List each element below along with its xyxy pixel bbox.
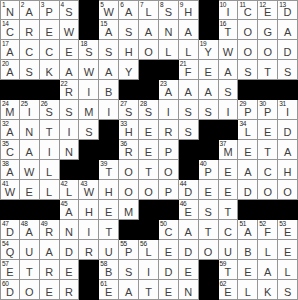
grid-cell[interactable]: C (20, 40, 40, 60)
grid-cell[interactable]: 34L (238, 120, 258, 140)
grid-cell[interactable]: D (60, 240, 80, 260)
grid-cell[interactable]: A (278, 20, 298, 40)
cell-letter: W (219, 46, 238, 58)
cell-letter: E (1, 266, 19, 278)
cell-letter: M (79, 106, 98, 118)
grid-cell[interactable]: 54Q (0, 240, 20, 260)
grid-cell[interactable]: 7L (139, 0, 159, 20)
grid-cell[interactable]: 41W (0, 180, 20, 200)
grid-cell[interactable]: 40P (199, 160, 219, 180)
grid-cell[interactable]: A (139, 20, 159, 40)
grid-cell[interactable]: S (278, 60, 298, 80)
cell-letter: E (278, 246, 297, 258)
grid-cell[interactable]: T (99, 220, 119, 240)
cell-letter: S (199, 106, 218, 118)
cell-letter: T (20, 266, 39, 278)
grid-cell[interactable]: I (99, 100, 119, 120)
grid-cell[interactable]: O (159, 160, 179, 180)
grid-cell[interactable]: 16T (219, 20, 239, 40)
grid-cell[interactable]: O (238, 40, 258, 60)
cell-letter: A (238, 166, 257, 178)
grid-cell[interactable]: A (119, 280, 139, 300)
cell-letter: R (60, 286, 79, 298)
cell-letter: O (119, 186, 138, 198)
grid-cell[interactable]: 22R (60, 80, 80, 100)
grid-cell[interactable]: T (139, 160, 159, 180)
cell-letter: P (159, 146, 178, 158)
cell-letter: S (199, 206, 218, 218)
grid-cell[interactable]: N (159, 20, 179, 40)
grid-cell[interactable]: 46E (179, 200, 199, 220)
grid-cell[interactable]: C (258, 160, 278, 180)
grid-cell[interactable]: R (79, 240, 99, 260)
grid-cell[interactable]: L (40, 180, 60, 200)
cell-letter: E (219, 286, 238, 298)
cell-letter: U (99, 246, 118, 258)
grid-cell[interactable]: N (179, 280, 199, 300)
grid-cell[interactable]: U (20, 240, 40, 260)
grid-cell[interactable]: E (219, 160, 239, 180)
grid-cell[interactable]: 60D (0, 280, 20, 300)
grid-cell[interactable]: 37M (219, 140, 239, 160)
grid-cell[interactable]: E (99, 200, 119, 220)
grid-cell[interactable]: 24M (0, 100, 20, 120)
cell-letter: G (258, 26, 277, 38)
grid-cell[interactable]: 35C (0, 140, 20, 160)
grid-cell[interactable]: Y (119, 60, 139, 80)
grid-cell[interactable]: E (60, 260, 80, 280)
cell-letter: T (99, 166, 118, 178)
grid-cell[interactable]: D (159, 260, 179, 280)
cell-letter: T (139, 166, 158, 178)
cell-letter: E (139, 126, 158, 138)
grid-cell[interactable]: R (60, 280, 80, 300)
grid-cell[interactable]: S (119, 20, 139, 40)
grid-cell[interactable]: 3P (40, 0, 60, 20)
grid-cell[interactable]: 57E (0, 260, 20, 280)
grid-cell[interactable]: 36R (119, 140, 139, 160)
grid-cell[interactable]: 23A (159, 80, 179, 100)
grid-cell[interactable]: E (60, 40, 80, 60)
grid-cell[interactable]: E (40, 280, 60, 300)
cell-letter: S (238, 66, 257, 78)
grid-cell[interactable]: D (179, 240, 199, 260)
black-cell (258, 200, 278, 220)
grid-cell[interactable]: 45A (60, 200, 80, 220)
cell-letter: A (1, 126, 19, 138)
cell-letter: A (60, 66, 79, 78)
cell-letter: C (40, 46, 59, 58)
grid-cell[interactable]: S (199, 200, 219, 220)
cell-letter: E (99, 286, 118, 298)
grid-cell[interactable]: 18S (79, 40, 99, 60)
cell-letter: C (219, 226, 238, 238)
black-cell (159, 60, 179, 80)
grid-cell[interactable]: 6A (119, 0, 139, 20)
cell-letter: N (179, 286, 198, 298)
grid-cell[interactable]: 38A (0, 160, 20, 180)
cell-letter: A (20, 6, 39, 18)
cell-letter: I (79, 86, 98, 98)
cell-letter: E (219, 186, 238, 198)
cell-letter: E (179, 206, 198, 218)
grid-cell[interactable]: M (79, 100, 99, 120)
cell-letter: S (139, 106, 158, 118)
grid-cell[interactable]: A (199, 80, 219, 100)
grid-cell[interactable]: E (238, 260, 258, 280)
grid-cell[interactable]: L (258, 240, 278, 260)
grid-cell[interactable]: W (219, 40, 239, 60)
cell-letter: H (278, 166, 297, 178)
cell-letter: S (278, 66, 297, 78)
grid-cell[interactable]: O (139, 40, 159, 60)
cell-letter: E (238, 146, 257, 158)
grid-cell[interactable]: 15A (99, 20, 119, 40)
cell-letter: E (219, 166, 238, 178)
grid-cell[interactable]: A (219, 60, 239, 80)
cell-letter: K (40, 66, 59, 78)
grid-cell[interactable]: R (159, 120, 179, 140)
grid-cell[interactable]: H (278, 160, 298, 180)
cell-letter: S (99, 46, 118, 58)
cell-letter: E (139, 146, 158, 158)
grid-cell[interactable]: A (258, 260, 278, 280)
grid-cell[interactable]: A (238, 160, 258, 180)
grid-cell[interactable]: A (40, 240, 60, 260)
grid-cell[interactable]: U (219, 240, 239, 260)
grid-cell[interactable]: 1N (0, 0, 20, 20)
grid-cell[interactable]: T (219, 200, 239, 220)
black-cell (40, 80, 60, 100)
grid-cell[interactable]: I (60, 120, 80, 140)
black-cell (238, 80, 258, 100)
black-cell (99, 140, 119, 160)
grid-cell[interactable]: O (278, 180, 298, 200)
cell-letter: D (1, 226, 19, 238)
cell-letter: O (20, 286, 39, 298)
grid-cell[interactable]: H (79, 200, 99, 220)
grid-cell[interactable]: O (258, 180, 278, 200)
grid-cell[interactable]: 52F (258, 220, 278, 240)
grid-cell[interactable]: P (159, 180, 179, 200)
grid-cell[interactable]: 14C (0, 20, 20, 40)
grid-cell[interactable]: S (20, 60, 40, 80)
grid-cell[interactable]: S (60, 100, 80, 120)
cell-letter: A (278, 26, 297, 38)
grid-cell[interactable]: 32A (0, 120, 20, 140)
black-cell (238, 200, 258, 220)
grid-cell[interactable]: T (20, 260, 40, 280)
black-cell (79, 280, 99, 300)
grid-cell[interactable]: W (79, 60, 99, 80)
cell-letter: S (179, 106, 198, 118)
grid-cell[interactable]: 19Y (199, 40, 219, 60)
cell-letter: E (258, 126, 277, 138)
grid-cell[interactable]: O (119, 160, 139, 180)
grid-cell[interactable]: 43W (79, 180, 99, 200)
black-cell (199, 280, 219, 300)
cell-letter: A (20, 146, 39, 158)
cell-letter: O (278, 186, 297, 198)
grid-cell[interactable]: B (238, 240, 258, 260)
grid-cell[interactable]: E (199, 180, 219, 200)
cell-letter: S (60, 6, 79, 18)
cell-letter: L (278, 266, 297, 278)
grid-cell[interactable]: 59T (219, 260, 239, 280)
grid-cell[interactable]: H (99, 180, 119, 200)
black-cell (40, 200, 60, 220)
grid-cell[interactable]: A (60, 60, 80, 80)
grid-cell[interactable]: 49R (40, 220, 60, 240)
grid-cell[interactable]: L (40, 160, 60, 180)
grid-cell[interactable]: L (278, 260, 298, 280)
grid-cell[interactable]: C (219, 220, 239, 240)
grid-cell[interactable]: E (199, 60, 219, 80)
cell-letter: S (159, 6, 178, 18)
grid-cell[interactable]: D (278, 120, 298, 140)
black-cell (20, 80, 40, 100)
grid-cell[interactable]: D (278, 40, 298, 60)
grid-cell[interactable]: A (278, 140, 298, 160)
grid-cell[interactable]: N (60, 220, 80, 240)
cell-letter: I (139, 266, 158, 278)
grid-cell[interactable]: E (258, 120, 278, 140)
grid-cell[interactable]: 50C (159, 220, 179, 240)
grid-cell[interactable]: S (278, 280, 298, 300)
cell-letter: E (40, 286, 59, 298)
grid-cell[interactable]: T (258, 140, 278, 160)
cell-letter: D (179, 186, 198, 198)
grid-cell[interactable]: 51A (238, 220, 258, 240)
grid-cell[interactable]: 31I (278, 100, 298, 120)
grid-cell[interactable]: L (159, 40, 179, 60)
grid-cell[interactable]: L (179, 40, 199, 60)
grid-cell[interactable]: 55P (119, 240, 139, 260)
grid-cell[interactable]: A (20, 140, 40, 160)
grid-cell[interactable]: S (99, 40, 119, 60)
grid-cell[interactable]: H (119, 40, 139, 60)
grid-cell[interactable]: 12E (258, 0, 278, 20)
grid-cell[interactable]: S (79, 120, 99, 140)
grid-cell[interactable]: E (139, 120, 159, 140)
black-cell (199, 0, 219, 20)
grid-cell[interactable]: 58B (99, 260, 119, 280)
grid-cell[interactable]: S (119, 260, 139, 280)
grid-cell[interactable]: S (219, 80, 239, 100)
cell-letter: A (278, 146, 297, 158)
cell-letter: O (238, 26, 257, 38)
black-cell (79, 20, 99, 40)
grid-cell[interactable]: R (40, 260, 60, 280)
grid-cell[interactable]: I (40, 140, 60, 160)
cell-letter: E (159, 286, 178, 298)
grid-cell[interactable]: 62E (219, 280, 239, 300)
grid-cell[interactable]: 56L (139, 240, 159, 260)
cell-letter: L (159, 46, 178, 58)
cell-letter: A (119, 286, 138, 298)
grid-cell[interactable]: E (179, 260, 199, 280)
cell-letter: R (20, 26, 39, 38)
grid-cell[interactable]: 10I (219, 0, 239, 20)
cell-letter: S (219, 86, 238, 98)
grid-cell[interactable]: 26S (40, 100, 60, 120)
cell-letter: W (60, 26, 79, 38)
grid-cell[interactable]: K (258, 280, 278, 300)
black-cell (278, 200, 298, 220)
grid-cell[interactable]: 4S (60, 0, 80, 20)
grid-cell[interactable]: T (258, 60, 278, 80)
grid-cell[interactable]: R (20, 20, 40, 40)
grid-cell[interactable]: S (238, 60, 258, 80)
cell-letter: E (199, 186, 218, 198)
cell-letter: Y (199, 46, 218, 58)
cell-letter: P (159, 186, 178, 198)
grid-cell[interactable]: T (40, 120, 60, 140)
cell-letter: S (179, 126, 198, 138)
cell-letter: C (1, 146, 19, 158)
grid-cell[interactable]: 21F (179, 60, 199, 80)
grid-cell[interactable]: A (179, 20, 199, 40)
grid-cell[interactable]: M (119, 200, 139, 220)
cell-letter: A (159, 86, 178, 98)
cell-letter: W (20, 166, 39, 178)
grid-cell[interactable]: I (79, 220, 99, 240)
cell-letter: N (60, 226, 79, 238)
cell-letter: A (199, 86, 218, 98)
grid-cell[interactable]: I (79, 80, 99, 100)
grid-cell[interactable]: B (99, 80, 119, 100)
grid-cell[interactable]: W (20, 160, 40, 180)
grid-cell[interactable]: K (40, 60, 60, 80)
grid-cell[interactable]: 25I (20, 100, 40, 120)
grid-cell[interactable]: S (179, 100, 199, 120)
grid-cell[interactable]: 17A (0, 40, 20, 60)
grid-cell[interactable]: N (60, 140, 80, 160)
grid-cell[interactable]: O (20, 280, 40, 300)
grid-cell[interactable]: T (139, 280, 159, 300)
grid-cell[interactable]: S (199, 100, 219, 120)
grid-cell[interactable]: G (258, 20, 278, 40)
grid-cell[interactable]: 44D (179, 180, 199, 200)
cell-letter: D (278, 126, 297, 138)
grid-cell[interactable]: 13D (278, 0, 298, 20)
cell-letter: T (40, 126, 59, 138)
cell-letter: P (238, 106, 257, 118)
cell-letter: I (99, 106, 118, 118)
grid-cell[interactable]: U (99, 240, 119, 260)
grid-cell[interactable]: A (179, 220, 199, 240)
grid-cell[interactable]: E (219, 180, 239, 200)
cell-letter: P (258, 106, 277, 118)
cell-letter: A (119, 6, 138, 18)
cell-letter: A (219, 66, 238, 78)
grid-cell[interactable]: 53E (278, 220, 298, 240)
cell-letter: O (119, 166, 138, 178)
cell-letter: P (40, 6, 59, 18)
grid-cell[interactable]: P (159, 140, 179, 160)
grid-cell[interactable]: A (99, 60, 119, 80)
grid-cell[interactable]: 20A (0, 60, 20, 80)
grid-cell[interactable]: O (119, 180, 139, 200)
grid-cell[interactable]: 5W (99, 0, 119, 20)
cell-letter: H (79, 206, 98, 218)
black-cell (60, 160, 80, 180)
cell-letter: D (278, 6, 297, 18)
black-cell (139, 220, 159, 240)
grid-cell[interactable]: E (139, 140, 159, 160)
grid-cell[interactable]: E (159, 240, 179, 260)
cell-letter: E (20, 186, 39, 198)
cell-letter: H (119, 126, 138, 138)
cell-letter: D (1, 286, 19, 298)
cell-letter: R (159, 126, 178, 138)
grid-cell[interactable]: D (238, 180, 258, 200)
cell-letter: T (258, 66, 277, 78)
cell-letter: E (179, 266, 198, 278)
grid-cell[interactable]: 11C (238, 0, 258, 20)
grid-cell[interactable]: O (139, 180, 159, 200)
grid-cell[interactable]: 30P (258, 100, 278, 120)
grid-cell[interactable]: 8S (159, 0, 179, 20)
grid-cell[interactable]: I (219, 100, 239, 120)
grid-cell[interactable]: 9H (179, 0, 199, 20)
grid-cell[interactable]: E (238, 140, 258, 160)
grid-cell[interactable]: E (278, 240, 298, 260)
grid-cell[interactable]: 2A (20, 0, 40, 20)
grid-cell[interactable]: 27S (119, 100, 139, 120)
grid-cell[interactable]: W (60, 20, 80, 40)
cell-letter: Q (1, 246, 19, 258)
cell-letter: R (60, 86, 79, 98)
grid-cell[interactable]: I (159, 100, 179, 120)
grid-cell[interactable]: 33H (119, 120, 139, 140)
grid-cell[interactable]: N (20, 120, 40, 140)
grid-cell[interactable]: E (159, 280, 179, 300)
grid-cell[interactable]: S (179, 120, 199, 140)
grid-cell[interactable]: E (20, 180, 40, 200)
cell-letter: L (238, 286, 257, 298)
grid-cell[interactable]: 42L (60, 180, 80, 200)
grid-cell[interactable]: C (40, 40, 60, 60)
grid-cell[interactable]: 29P (238, 100, 258, 120)
cell-letter: N (1, 6, 19, 18)
cell-letter: A (139, 26, 158, 38)
grid-cell[interactable]: 28S (139, 100, 159, 120)
grid-cell[interactable]: 48A (20, 220, 40, 240)
cell-letter: A (238, 226, 257, 238)
cell-letter: S (278, 286, 297, 298)
black-cell (20, 200, 40, 220)
black-cell (199, 140, 219, 160)
cell-letter: D (278, 46, 297, 58)
grid-cell[interactable]: A (179, 80, 199, 100)
cell-letter: I (40, 146, 59, 158)
grid-cell[interactable]: 39T (99, 160, 119, 180)
grid-cell[interactable]: O (199, 240, 219, 260)
cell-letter: O (199, 246, 218, 258)
cell-letter: S (119, 106, 138, 118)
grid-cell[interactable]: E (40, 20, 60, 40)
grid-cell[interactable]: O (238, 20, 258, 40)
grid-cell[interactable]: L (238, 280, 258, 300)
grid-cell[interactable]: 47D (0, 220, 20, 240)
grid-cell[interactable]: I (139, 260, 159, 280)
grid-cell[interactable]: T (199, 220, 219, 240)
black-cell (119, 220, 139, 240)
grid-cell[interactable]: O (258, 40, 278, 60)
grid-cell[interactable]: 61E (99, 280, 119, 300)
cell-letter: A (179, 26, 198, 38)
